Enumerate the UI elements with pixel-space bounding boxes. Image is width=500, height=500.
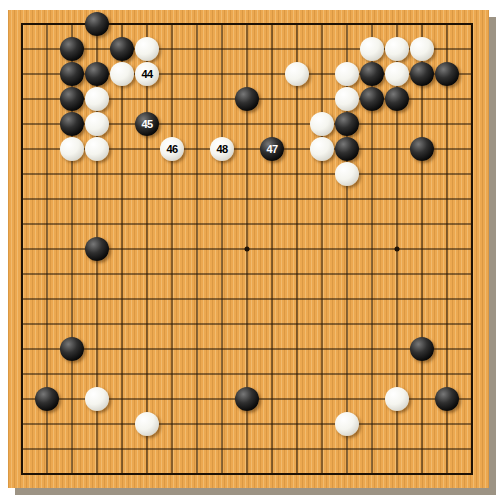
stone-white	[335, 87, 359, 111]
stone-white	[335, 412, 359, 436]
move-number-label: 45	[141, 119, 152, 130]
move-number-label: 47	[266, 144, 277, 155]
stone-black	[435, 387, 459, 411]
stone-black	[410, 62, 434, 86]
stone-black	[60, 112, 84, 136]
stone-black	[235, 387, 259, 411]
stone-white	[285, 62, 309, 86]
stone-white	[360, 37, 384, 61]
star-point	[245, 247, 250, 252]
stone-black	[385, 87, 409, 111]
stone-white	[85, 137, 109, 161]
stone-white: 46	[160, 137, 184, 161]
stone-black	[360, 87, 384, 111]
stone-white	[110, 62, 134, 86]
stone-black	[435, 62, 459, 86]
stone-white	[85, 387, 109, 411]
star-point	[395, 247, 400, 252]
stone-white	[310, 112, 334, 136]
stone-black	[85, 62, 109, 86]
stone-white	[85, 87, 109, 111]
stone-white	[335, 62, 359, 86]
stone-black	[35, 387, 59, 411]
stone-black	[60, 87, 84, 111]
stone-white	[85, 112, 109, 136]
stone-black	[60, 37, 84, 61]
stone-black	[410, 137, 434, 161]
move-number-label: 44	[141, 69, 152, 80]
stone-white	[385, 387, 409, 411]
stone-white	[410, 37, 434, 61]
stone-white: 48	[210, 137, 234, 161]
move-number-label: 48	[216, 144, 227, 155]
stone-black	[335, 137, 359, 161]
stone-black	[410, 337, 434, 361]
stone-white	[60, 137, 84, 161]
stone-white	[335, 162, 359, 186]
stone-white	[135, 412, 159, 436]
move-number-label: 46	[166, 144, 177, 155]
stone-black	[335, 112, 359, 136]
stone-black	[235, 87, 259, 111]
stone-black	[60, 337, 84, 361]
stone-black	[85, 12, 109, 36]
stone-black	[360, 62, 384, 86]
stone-black: 47	[260, 137, 284, 161]
stone-black	[60, 62, 84, 86]
stone-white	[385, 37, 409, 61]
stone-white	[310, 137, 334, 161]
stone-white	[135, 37, 159, 61]
stone-white: 44	[135, 62, 159, 86]
stone-white	[385, 62, 409, 86]
stone-black	[85, 237, 109, 261]
go-board[interactable]: 4445464847	[8, 10, 489, 488]
stone-black: 45	[135, 112, 159, 136]
stone-black	[110, 37, 134, 61]
